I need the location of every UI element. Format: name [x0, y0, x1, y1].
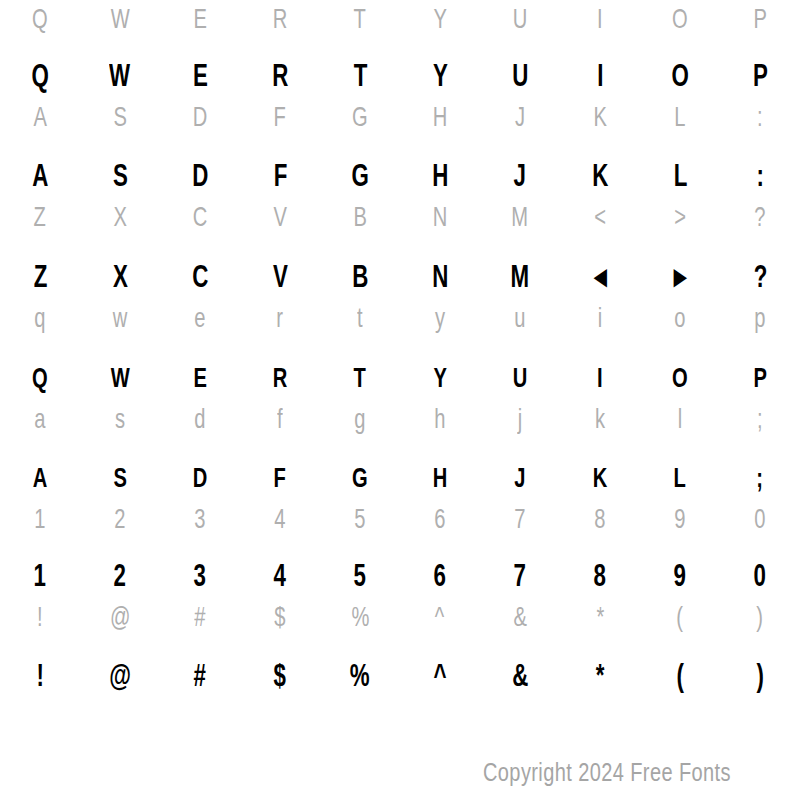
glyph: R: [273, 3, 288, 35]
glyph-cell: Z: [0, 194, 80, 240]
glyph-cell: &: [480, 646, 560, 706]
glyph-cell: J: [480, 94, 560, 140]
glyph: @: [110, 601, 130, 633]
glyph: p: [754, 302, 765, 334]
glyph-cell: $: [240, 646, 320, 706]
glyph: W: [109, 58, 130, 94]
glyph-cell: R: [240, 0, 320, 42]
glyph: y: [435, 302, 445, 334]
glyph-cell: w: [80, 295, 160, 341]
glyph: 6: [434, 558, 446, 594]
glyph-cell: k: [560, 396, 640, 442]
glyph: A: [33, 101, 46, 133]
glyph: F: [274, 101, 286, 133]
glyph-cell: q: [0, 295, 80, 341]
glyph-cell: $: [240, 594, 320, 640]
glyph: Y: [433, 3, 446, 35]
glyph: 6: [434, 503, 445, 535]
glyph-cell: 8: [560, 496, 640, 542]
glyph: I: [597, 362, 603, 394]
glyph: D: [193, 462, 208, 494]
glyph: s: [115, 403, 125, 435]
glyph: #: [194, 601, 205, 633]
glyph: !: [37, 601, 43, 633]
glyph: I: [597, 3, 603, 35]
glyph: E: [193, 58, 208, 94]
glyph: U: [513, 362, 528, 394]
glyph-cell: D: [160, 94, 240, 140]
glyph-cell: 6: [400, 496, 480, 542]
glyph: Q: [32, 362, 48, 394]
char-row: !@#$%^&*(): [0, 594, 800, 640]
glyph: l: [678, 403, 682, 435]
glyph-cell: P: [720, 0, 800, 42]
glyph: k: [595, 403, 605, 435]
glyph-cell: U: [480, 0, 560, 42]
glyph-cell: e: [160, 295, 240, 341]
glyph: D: [192, 158, 208, 194]
glyph: M: [511, 259, 530, 295]
glyph-cell: #: [160, 646, 240, 706]
glyph: C: [192, 259, 208, 295]
glyph: #: [194, 658, 206, 694]
glyph: R: [273, 362, 288, 394]
glyph-cell: W: [80, 0, 160, 42]
glyph-cell: r: [240, 295, 320, 341]
glyph-cell: L: [640, 94, 720, 140]
glyph: Z: [33, 259, 47, 295]
glyph: !: [36, 658, 43, 694]
char-row: QWERTYUIOP: [0, 0, 800, 42]
glyph: %: [350, 658, 370, 694]
glyph: ◄: [589, 259, 611, 295]
glyph-cell: u: [480, 295, 560, 341]
glyph: 5: [354, 503, 365, 535]
glyph-cell: !: [0, 646, 80, 706]
glyph-cell: 1: [0, 496, 80, 542]
glyph: 2: [114, 558, 126, 594]
copyright-label: Copyright 2024 Free Fonts: [483, 758, 731, 787]
glyph-cell: j: [480, 396, 560, 442]
glyph-cell: 4: [240, 496, 320, 542]
glyph: 8: [594, 503, 605, 535]
glyph-cell: ^: [400, 594, 480, 640]
glyph-cell: B: [320, 194, 400, 240]
glyph-cell: C: [160, 194, 240, 240]
glyph: K: [592, 158, 608, 194]
glyph-cell: E: [160, 0, 240, 42]
glyph-cell: &: [480, 594, 560, 640]
glyph-cell: 9: [640, 496, 720, 542]
glyph-cell: :: [720, 94, 800, 140]
glyph: F: [273, 158, 287, 194]
glyph: 7: [514, 503, 525, 535]
glyph: G: [352, 462, 368, 494]
glyph-cell: p: [720, 295, 800, 341]
glyph: O: [672, 362, 688, 394]
glyph-cell: K: [560, 94, 640, 140]
glyph: t: [357, 302, 363, 334]
glyph-cell: ^: [400, 646, 480, 706]
glyph: 9: [674, 558, 686, 594]
glyph: T: [354, 362, 366, 394]
glyph: B: [353, 201, 366, 233]
glyph: W: [110, 3, 129, 35]
glyph-cell: 2: [80, 496, 160, 542]
glyph: &: [513, 601, 526, 633]
glyph: f: [277, 403, 283, 435]
glyph: ^: [435, 601, 444, 633]
glyph-cell: o: [640, 295, 720, 341]
glyph: S: [113, 158, 128, 194]
glyph-cell: a: [0, 396, 80, 442]
glyph-cell: t: [320, 295, 400, 341]
glyph-cell: d: [160, 396, 240, 442]
glyph: H: [433, 462, 448, 494]
glyph: P: [753, 3, 766, 35]
glyph: T: [354, 3, 366, 35]
glyph-cell: *: [560, 594, 640, 640]
glyph: Z: [34, 201, 46, 233]
glyph: :: [757, 101, 763, 133]
glyph: ^: [433, 658, 446, 694]
glyph: >: [674, 201, 686, 233]
glyph-cell: O: [640, 0, 720, 42]
glyph: %: [351, 601, 369, 633]
glyph: N: [433, 201, 448, 233]
glyph: Y: [433, 362, 446, 394]
glyph: ;: [757, 462, 764, 494]
glyph-cell: g: [320, 396, 400, 442]
glyph-cell: s: [80, 396, 160, 442]
glyph: Y: [433, 58, 448, 94]
glyph: K: [593, 101, 606, 133]
glyph-cell: A: [0, 94, 80, 140]
glyph-cell: T: [320, 0, 400, 42]
glyph-cell: ?: [720, 194, 800, 240]
glyph-cell: ): [720, 646, 800, 706]
glyph-cell: N: [400, 194, 480, 240]
glyph: 1: [34, 503, 45, 535]
glyph: 4: [274, 558, 286, 594]
char-row: !@#$%^&*(): [0, 646, 800, 706]
char-row: asdfghjkl;: [0, 396, 800, 442]
glyph: ;: [757, 403, 763, 435]
glyph: W: [110, 362, 129, 394]
glyph-cell: X: [80, 194, 160, 240]
glyph: g: [354, 403, 365, 435]
glyph-cell: Y: [400, 0, 480, 42]
glyph: o: [674, 302, 685, 334]
glyph: H: [432, 158, 448, 194]
glyph-cell: I: [560, 0, 640, 42]
glyph: h: [434, 403, 445, 435]
glyph-cell: @: [80, 594, 160, 640]
glyph: 2: [114, 503, 125, 535]
glyph: V: [273, 201, 286, 233]
glyph-cell: 3: [160, 496, 240, 542]
glyph: L: [674, 101, 685, 133]
glyph: E: [193, 3, 206, 35]
glyph: J: [514, 462, 525, 494]
glyph: J: [514, 158, 526, 194]
glyph-cell: M: [480, 194, 560, 240]
glyph: F: [274, 462, 286, 494]
glyph-cell: %: [320, 594, 400, 640]
glyph-cell: G: [320, 94, 400, 140]
glyph-cell: ): [720, 594, 800, 640]
glyph: D: [193, 101, 208, 133]
glyph: &: [512, 658, 528, 694]
glyph: R: [272, 58, 288, 94]
glyph: e: [194, 302, 205, 334]
glyph: 3: [194, 503, 205, 535]
glyph-cell: Q: [0, 0, 80, 42]
glyph: P: [753, 58, 768, 94]
glyph: N: [432, 259, 448, 295]
glyph: S: [113, 462, 126, 494]
glyph: U: [512, 58, 528, 94]
glyph: A: [33, 462, 48, 494]
glyph: (: [677, 601, 684, 633]
glyph: Q: [31, 58, 48, 94]
glyph: U: [513, 3, 528, 35]
copyright-text: Copyright 2024 Free Fonts: [483, 758, 793, 787]
glyph: u: [514, 302, 525, 334]
glyph-cell: <: [560, 194, 640, 240]
glyph: H: [433, 101, 448, 133]
glyph: O: [671, 58, 688, 94]
glyph-cell: (: [640, 594, 720, 640]
glyph-cell: (: [640, 646, 720, 706]
glyph: 3: [194, 558, 206, 594]
glyph-cell: l: [640, 396, 720, 442]
glyph: V: [273, 259, 288, 295]
glyph-cell: 5: [320, 496, 400, 542]
glyph: J: [515, 101, 525, 133]
glyph: T: [353, 58, 367, 94]
glyph-cell: 0: [720, 496, 800, 542]
glyph-cell: @: [80, 646, 160, 706]
glyph: q: [34, 302, 45, 334]
glyph: *: [596, 658, 605, 694]
glyph: 0: [754, 558, 766, 594]
glyph: d: [194, 403, 205, 435]
char-row: qwertyuiop: [0, 295, 800, 341]
glyph-cell: f: [240, 396, 320, 442]
glyph-cell: F: [240, 94, 320, 140]
glyph: $: [274, 658, 286, 694]
glyph-cell: i: [560, 295, 640, 341]
glyph: X: [113, 201, 126, 233]
glyph: 5: [354, 558, 366, 594]
char-row: 1234567890: [0, 496, 800, 542]
glyph: 1: [34, 558, 46, 594]
glyph: j: [518, 403, 522, 435]
glyph: M: [512, 201, 529, 233]
glyph: O: [672, 3, 688, 35]
glyph: 7: [514, 558, 526, 594]
glyph: r: [277, 302, 284, 334]
glyph: K: [593, 462, 608, 494]
glyph: ►: [669, 259, 691, 295]
glyph: (: [676, 658, 683, 694]
glyph: L: [673, 158, 687, 194]
glyph-cell: *: [560, 646, 640, 706]
glyph-cell: V: [240, 194, 320, 240]
glyph: <: [594, 201, 606, 233]
glyph: $: [274, 601, 285, 633]
glyph-cell: H: [400, 94, 480, 140]
glyph-cell: S: [80, 94, 160, 140]
glyph: A: [32, 158, 48, 194]
glyph-cell: 7: [480, 496, 560, 542]
glyph: *: [596, 601, 604, 633]
glyph: @: [109, 658, 131, 694]
glyph: E: [193, 362, 206, 394]
glyph: :: [756, 158, 763, 194]
glyph: B: [352, 259, 368, 295]
glyph: G: [352, 101, 368, 133]
glyph: G: [351, 158, 368, 194]
glyph-cell: h: [400, 396, 480, 442]
glyph: a: [34, 403, 45, 435]
glyph: i: [598, 302, 602, 334]
glyph-cell: #: [160, 594, 240, 640]
font-specimen-board: QWERTYUIOPQWERTYUIOPASDFGHJKL:ASDFGHJKL:…: [0, 0, 800, 800]
glyph-cell: y: [400, 295, 480, 341]
glyph: ): [756, 658, 763, 694]
glyph: I: [597, 58, 603, 94]
glyph: L: [674, 462, 686, 494]
glyph: ): [757, 601, 764, 633]
glyph: 4: [274, 503, 285, 535]
glyph-cell: ;: [720, 396, 800, 442]
glyph-cell: >: [640, 194, 720, 240]
char-row: ASDFGHJKL:: [0, 94, 800, 140]
glyph: 9: [674, 503, 685, 535]
glyph-cell: %: [320, 646, 400, 706]
glyph: Q: [32, 3, 48, 35]
glyph: C: [193, 201, 208, 233]
glyph: 8: [594, 558, 606, 594]
glyph-cell: !: [0, 594, 80, 640]
glyph: ?: [753, 259, 767, 295]
glyph: 0: [754, 503, 765, 535]
glyph: ?: [754, 201, 765, 233]
glyph: w: [113, 302, 128, 334]
glyph: P: [753, 362, 766, 394]
glyph: S: [113, 101, 126, 133]
char-row: ZXCVBNM<>?: [0, 194, 800, 240]
glyph: X: [113, 259, 128, 295]
